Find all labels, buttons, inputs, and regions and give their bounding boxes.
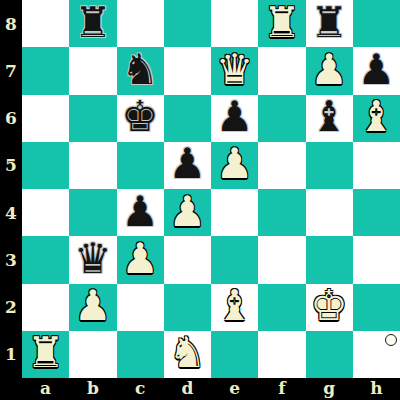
square-d2[interactable] — [164, 284, 211, 331]
square-f8[interactable]: ♜ — [258, 0, 305, 47]
piece-white-pawn[interactable]: ♟ — [164, 188, 211, 235]
square-a5[interactable] — [22, 142, 69, 189]
square-d8[interactable] — [164, 0, 211, 47]
square-a6[interactable] — [22, 95, 69, 142]
white-to-move-indicator-dot — [385, 334, 397, 346]
piece-black-pawn[interactable]: ♟ — [353, 46, 400, 93]
square-g3[interactable] — [306, 236, 353, 283]
piece-white-pawn[interactable]: ♟ — [117, 235, 164, 282]
square-g4[interactable] — [306, 189, 353, 236]
chess-board-frame: 87654321 ♜♜♜♞♛♟♟♚♟♝♝♟♟♟♟♛♟♟♝♚♜♞ abcdefgh — [0, 0, 400, 400]
piece-black-bishop[interactable]: ♝ — [306, 94, 353, 141]
square-e3[interactable] — [211, 236, 258, 283]
piece-white-king[interactable]: ♚ — [306, 283, 353, 330]
square-d3[interactable] — [164, 236, 211, 283]
piece-black-king[interactable]: ♚ — [117, 94, 164, 141]
piece-white-bishop[interactable]: ♝ — [353, 94, 400, 141]
square-f6[interactable] — [258, 95, 305, 142]
file-labels: abcdefgh — [22, 378, 400, 400]
square-b6[interactable] — [69, 95, 116, 142]
square-d5[interactable]: ♟ — [164, 142, 211, 189]
frame-corner — [0, 378, 22, 400]
square-c7[interactable]: ♞ — [117, 47, 164, 94]
file-label-e: e — [211, 378, 258, 400]
piece-white-bishop[interactable]: ♝ — [211, 283, 258, 330]
square-b8[interactable]: ♜ — [69, 0, 116, 47]
rank-label-4: 4 — [0, 189, 22, 236]
square-d4[interactable]: ♟ — [164, 189, 211, 236]
file-label-a: a — [22, 378, 69, 400]
rank-label-6: 6 — [0, 95, 22, 142]
rank-label-5: 5 — [0, 142, 22, 189]
square-d7[interactable] — [164, 47, 211, 94]
piece-white-queen[interactable]: ♛ — [211, 46, 258, 93]
square-c8[interactable] — [117, 0, 164, 47]
square-b5[interactable] — [69, 142, 116, 189]
square-e1[interactable] — [211, 331, 258, 378]
piece-black-pawn[interactable]: ♟ — [211, 94, 258, 141]
file-label-c: c — [117, 378, 164, 400]
square-e7[interactable]: ♛ — [211, 47, 258, 94]
piece-black-knight[interactable]: ♞ — [117, 46, 164, 93]
file-label-g: g — [306, 378, 353, 400]
square-c4[interactable]: ♟ — [117, 189, 164, 236]
piece-black-rook[interactable]: ♜ — [306, 0, 353, 46]
square-f5[interactable] — [258, 142, 305, 189]
square-a2[interactable] — [22, 284, 69, 331]
rank-label-3: 3 — [0, 236, 22, 283]
square-h6[interactable]: ♝ — [353, 95, 400, 142]
piece-white-pawn[interactable]: ♟ — [211, 141, 258, 188]
square-c2[interactable] — [117, 284, 164, 331]
piece-white-pawn[interactable]: ♟ — [69, 283, 116, 330]
chess-board: ♜♜♜♞♛♟♟♚♟♝♝♟♟♟♟♛♟♟♝♚♜♞ — [22, 0, 400, 378]
square-d1[interactable]: ♞ — [164, 331, 211, 378]
square-e2[interactable]: ♝ — [211, 284, 258, 331]
rank-labels: 87654321 — [0, 0, 22, 378]
square-g5[interactable] — [306, 142, 353, 189]
square-h7[interactable]: ♟ — [353, 47, 400, 94]
square-f1[interactable] — [258, 331, 305, 378]
file-label-h: h — [353, 378, 400, 400]
square-h4[interactable] — [353, 189, 400, 236]
square-d6[interactable] — [164, 95, 211, 142]
square-c5[interactable] — [117, 142, 164, 189]
square-g7[interactable]: ♟ — [306, 47, 353, 94]
square-b1[interactable] — [69, 331, 116, 378]
square-b3[interactable]: ♛ — [69, 236, 116, 283]
square-f7[interactable] — [258, 47, 305, 94]
square-a1[interactable]: ♜ — [22, 331, 69, 378]
square-e6[interactable]: ♟ — [211, 95, 258, 142]
square-h3[interactable] — [353, 236, 400, 283]
square-c6[interactable]: ♚ — [117, 95, 164, 142]
square-f2[interactable] — [258, 284, 305, 331]
square-g6[interactable]: ♝ — [306, 95, 353, 142]
file-label-d: d — [164, 378, 211, 400]
square-c3[interactable]: ♟ — [117, 236, 164, 283]
rank-label-7: 7 — [0, 47, 22, 94]
piece-black-queen[interactable]: ♛ — [69, 235, 116, 282]
square-f4[interactable] — [258, 189, 305, 236]
square-f3[interactable] — [258, 236, 305, 283]
rank-label-1: 1 — [0, 331, 22, 378]
piece-black-pawn[interactable]: ♟ — [164, 141, 211, 188]
square-h2[interactable] — [353, 284, 400, 331]
square-e5[interactable]: ♟ — [211, 142, 258, 189]
piece-white-pawn[interactable]: ♟ — [306, 46, 353, 93]
rank-label-2: 2 — [0, 284, 22, 331]
square-h5[interactable] — [353, 142, 400, 189]
piece-white-knight[interactable]: ♞ — [164, 330, 211, 377]
square-g2[interactable]: ♚ — [306, 284, 353, 331]
file-label-b: b — [69, 378, 116, 400]
piece-white-rook[interactable]: ♜ — [258, 0, 305, 46]
square-a7[interactable] — [22, 47, 69, 94]
piece-black-pawn[interactable]: ♟ — [117, 188, 164, 235]
square-e8[interactable] — [211, 0, 258, 47]
square-g8[interactable]: ♜ — [306, 0, 353, 47]
square-h1[interactable] — [353, 331, 400, 378]
square-b4[interactable] — [69, 189, 116, 236]
square-a4[interactable] — [22, 189, 69, 236]
square-b2[interactable]: ♟ — [69, 284, 116, 331]
piece-white-rook[interactable]: ♜ — [22, 330, 69, 377]
rank-label-8: 8 — [0, 0, 22, 47]
square-a3[interactable] — [22, 236, 69, 283]
square-c1[interactable] — [117, 331, 164, 378]
square-e4[interactable] — [211, 189, 258, 236]
square-a8[interactable] — [22, 0, 69, 47]
file-label-f: f — [258, 378, 305, 400]
piece-black-rook[interactable]: ♜ — [69, 0, 116, 46]
square-g1[interactable] — [306, 331, 353, 378]
square-h8[interactable] — [353, 0, 400, 47]
square-b7[interactable] — [69, 47, 116, 94]
